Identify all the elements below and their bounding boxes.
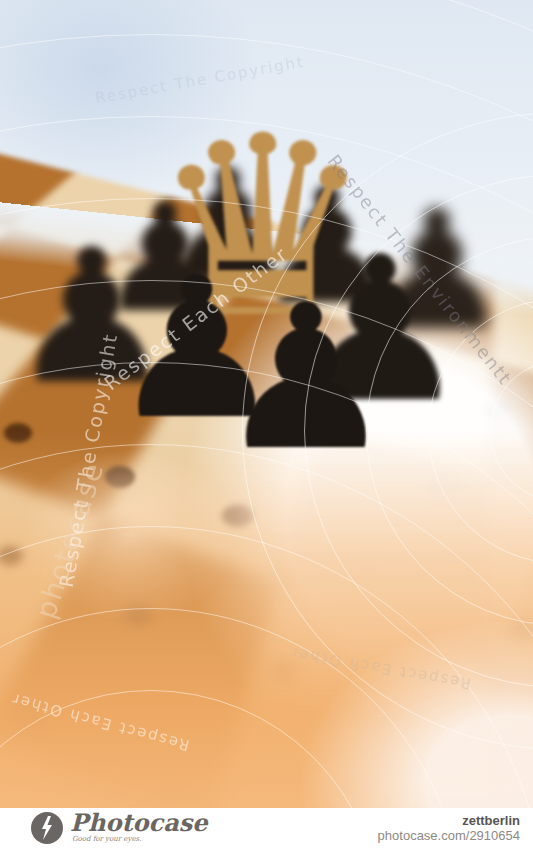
lightning-bolt-icon (31, 812, 63, 844)
author-name: zettberlin (378, 813, 520, 828)
photocase-logo: Photocase Good for your eyes. (31, 812, 208, 844)
footer-bar: Photocase Good for your eyes. zettberlin… (0, 808, 533, 849)
brand-block: Photocase Good for your eyes. (70, 812, 208, 843)
photo-reference: photocase.com/2910654 (378, 828, 520, 843)
brand-name: Photocase (70, 812, 208, 834)
photo-credit: zettberlin photocase.com/2910654 (378, 813, 520, 843)
photo-canvas: ♛♟♟♟♟♟♟♟♟ Respect Each OtherRespect The … (0, 0, 533, 808)
